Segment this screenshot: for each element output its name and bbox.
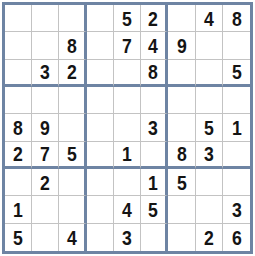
cell-r9c4[interactable] [87, 224, 114, 251]
given-digit: 2 [67, 61, 77, 82]
cell-r7c8[interactable] [196, 169, 223, 196]
sudoku-board: 52488749328589351275183215145354326 [2, 2, 253, 254]
cell-r3c3[interactable]: 2 [59, 60, 86, 87]
cell-r2c3[interactable]: 8 [59, 32, 86, 59]
cell-r5c5[interactable] [114, 114, 141, 141]
given-digit: 1 [231, 117, 241, 138]
given-digit: 8 [231, 8, 241, 29]
cell-r8c3[interactable] [59, 196, 86, 223]
cell-r5c1[interactable]: 8 [5, 114, 32, 141]
cell-r5c7[interactable] [168, 114, 195, 141]
cell-r6c7[interactable]: 8 [168, 142, 195, 169]
cell-r3c6[interactable]: 8 [141, 60, 168, 87]
cell-r2c4[interactable] [87, 32, 114, 59]
given-digit: 1 [13, 199, 23, 220]
cell-r9c8[interactable]: 2 [196, 224, 223, 251]
cell-r6c3[interactable]: 5 [59, 142, 86, 169]
cell-r5c8[interactable]: 5 [196, 114, 223, 141]
given-digit: 5 [67, 143, 77, 164]
cell-r1c8[interactable]: 4 [196, 5, 223, 32]
given-digit: 4 [122, 199, 132, 220]
cell-r8c1[interactable]: 1 [5, 196, 32, 223]
given-digit: 8 [177, 143, 187, 164]
cell-r3c7[interactable] [168, 60, 195, 87]
cell-r7c9[interactable] [223, 169, 250, 196]
given-digit: 9 [40, 117, 50, 138]
cell-r7c6[interactable]: 1 [141, 169, 168, 196]
cell-r1c7[interactable] [168, 5, 195, 32]
given-digit: 2 [13, 143, 23, 164]
given-digit: 8 [67, 35, 77, 56]
cell-r7c5[interactable] [114, 169, 141, 196]
given-digit: 9 [177, 35, 187, 56]
given-digit: 3 [148, 117, 158, 138]
cell-r2c1[interactable] [5, 32, 32, 59]
cell-r1c5[interactable]: 5 [114, 5, 141, 32]
given-digit: 2 [148, 8, 158, 29]
given-digit: 3 [204, 143, 214, 164]
cell-r3c1[interactable] [5, 60, 32, 87]
given-digit: 5 [204, 117, 214, 138]
cell-r1c6[interactable]: 2 [141, 5, 168, 32]
cell-r2c9[interactable] [223, 32, 250, 59]
cell-r1c2[interactable] [32, 5, 59, 32]
cell-r4c7[interactable] [168, 87, 195, 114]
cell-r9c5[interactable]: 3 [114, 224, 141, 251]
sudoku-page: 52488749328589351275183215145354326 [0, 0, 255, 256]
cell-r9c3[interactable]: 4 [59, 224, 86, 251]
cell-r7c3[interactable] [59, 169, 86, 196]
given-digit: 5 [122, 8, 132, 29]
cell-r2c8[interactable] [196, 32, 223, 59]
cell-r8c7[interactable] [168, 196, 195, 223]
cell-r6c9[interactable] [223, 142, 250, 169]
cell-r9c9[interactable]: 6 [223, 224, 250, 251]
cell-r3c8[interactable] [196, 60, 223, 87]
cell-r5c4[interactable] [87, 114, 114, 141]
cell-r2c5[interactable]: 7 [114, 32, 141, 59]
given-digit: 8 [148, 61, 158, 82]
cell-r8c2[interactable] [32, 196, 59, 223]
cell-r3c2[interactable]: 3 [32, 60, 59, 87]
cell-r5c9[interactable]: 1 [223, 114, 250, 141]
given-digit: 4 [204, 8, 214, 29]
cell-r8c4[interactable] [87, 196, 114, 223]
given-digit: 7 [122, 35, 132, 56]
given-digit: 3 [122, 227, 132, 248]
given-digit: 4 [148, 35, 158, 56]
cell-r8c5[interactable]: 4 [114, 196, 141, 223]
cell-r5c6[interactable]: 3 [141, 114, 168, 141]
cell-r4c1[interactable] [5, 87, 32, 114]
given-digit: 3 [40, 61, 50, 82]
given-digit: 5 [177, 172, 187, 193]
cell-r2c6[interactable]: 4 [141, 32, 168, 59]
cell-r4c9[interactable] [223, 87, 250, 114]
given-digit: 5 [13, 227, 23, 248]
cell-r2c2[interactable] [32, 32, 59, 59]
cell-r1c9[interactable]: 8 [223, 5, 250, 32]
cell-r8c9[interactable]: 3 [223, 196, 250, 223]
cell-r6c6[interactable] [141, 142, 168, 169]
cell-r3c4[interactable] [87, 60, 114, 87]
cell-r9c6[interactable] [141, 224, 168, 251]
cell-r1c4[interactable] [87, 5, 114, 32]
cell-r8c8[interactable] [196, 196, 223, 223]
cell-r7c4[interactable] [87, 169, 114, 196]
cell-r6c5[interactable]: 1 [114, 142, 141, 169]
cell-r3c5[interactable] [114, 60, 141, 87]
cell-r8c6[interactable]: 5 [141, 196, 168, 223]
cell-r4c4[interactable] [87, 87, 114, 114]
given-digit: 1 [148, 172, 158, 193]
cell-r5c3[interactable] [59, 114, 86, 141]
given-digit: 2 [40, 172, 50, 193]
cell-r6c2[interactable]: 7 [32, 142, 59, 169]
cell-r9c7[interactable] [168, 224, 195, 251]
cell-r4c5[interactable] [114, 87, 141, 114]
cell-r1c1[interactable] [5, 5, 32, 32]
cell-r1c3[interactable] [59, 5, 86, 32]
given-digit: 6 [231, 227, 241, 248]
given-digit: 4 [67, 227, 77, 248]
cell-r7c1[interactable] [5, 169, 32, 196]
given-digit: 7 [40, 143, 50, 164]
cell-r4c6[interactable] [141, 87, 168, 114]
cell-r6c8[interactable]: 3 [196, 142, 223, 169]
given-digit: 1 [122, 143, 132, 164]
cell-r4c8[interactable] [196, 87, 223, 114]
cell-r2c7[interactable]: 9 [168, 32, 195, 59]
cell-r6c4[interactable] [87, 142, 114, 169]
cell-r3c9[interactable]: 5 [223, 60, 250, 87]
given-digit: 5 [148, 199, 158, 220]
cell-r9c1[interactable]: 5 [5, 224, 32, 251]
cell-r7c7[interactable]: 5 [168, 169, 195, 196]
cell-r6c1[interactable]: 2 [5, 142, 32, 169]
cell-r9c2[interactable] [32, 224, 59, 251]
given-digit: 8 [13, 117, 23, 138]
given-digit: 2 [204, 227, 214, 248]
given-digit: 3 [231, 199, 241, 220]
cell-r7c2[interactable]: 2 [32, 169, 59, 196]
cell-r5c2[interactable]: 9 [32, 114, 59, 141]
cell-r4c3[interactable] [59, 87, 86, 114]
given-digit: 5 [231, 61, 241, 82]
cell-r4c2[interactable] [32, 87, 59, 114]
